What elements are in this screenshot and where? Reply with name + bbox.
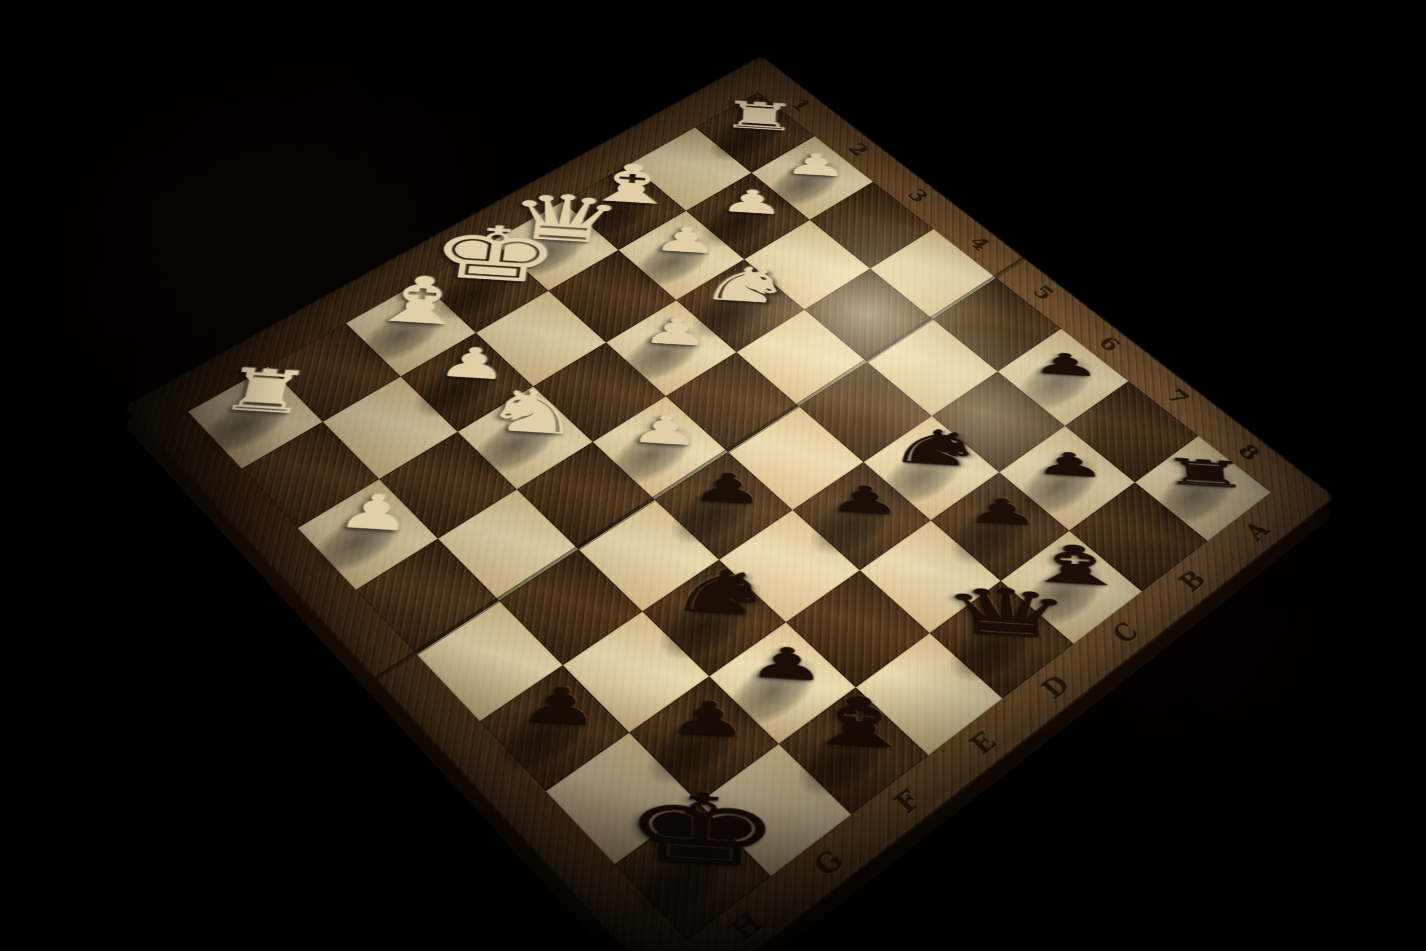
piece-white-pawn-d3[interactable]: ♟	[629, 311, 722, 353]
piece-white-rook-h1[interactable]: ♜	[200, 359, 329, 424]
photo-scene: HGFEDCBA 12345678 ♜♝♛♝♚♟♟♟♟♟♞♟♞♟♟♟♞♟♞♟♟♟…	[0, 0, 1426, 951]
piece-white-bishop-f1[interactable]: ♝	[344, 264, 495, 336]
piece-white-pawn-b2[interactable]: ♟	[708, 183, 795, 220]
piece-white-knight-c3[interactable]: ♞	[682, 257, 810, 313]
piece-black-pawn-b7[interactable]: ♟	[1022, 446, 1118, 483]
piece-black-knight-c6[interactable]: ♞	[869, 419, 1002, 475]
piece-white-pawn-a2[interactable]: ♟	[773, 147, 858, 182]
piece-white-rook-a1[interactable]: ♜	[707, 95, 812, 138]
chess-board: HGFEDCBA 12345678 ♜♝♛♝♚♟♟♟♟♟♞♟♞♟♟♟♞♟♞♟♟♟…	[123, 55, 1336, 951]
piece-white-pawn-e4[interactable]: ♟	[616, 408, 713, 453]
piece-white-knight-f3[interactable]: ♞	[463, 378, 603, 445]
piece-black-pawn-a6[interactable]: ♟	[1020, 347, 1112, 382]
